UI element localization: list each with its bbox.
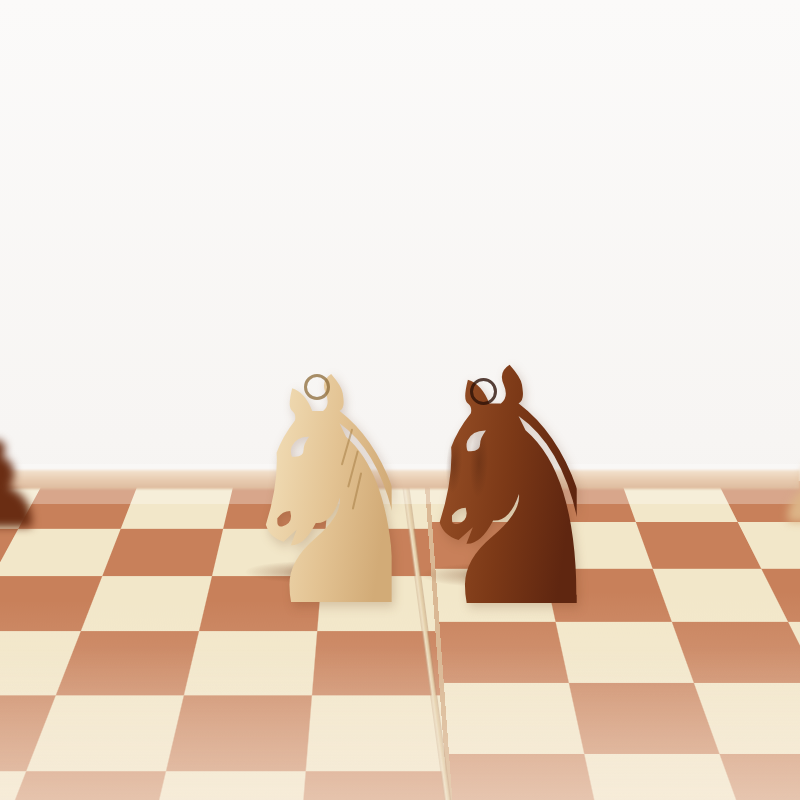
- blurred-light-piece-right-edge: ♟: [773, 438, 800, 538]
- board-square[interactable]: [102, 529, 223, 577]
- chessboard-photo-scene: ♞ ♞ ♟ ♟: [0, 0, 800, 800]
- dark-knight-eye-carving: [470, 378, 497, 405]
- dark-knight-piece[interactable]: ♞: [395, 327, 576, 653]
- blurred-dark-piece-left-edge: ♟: [0, 426, 50, 546]
- white-knight-eye-carving: [304, 374, 330, 400]
- board-square[interactable]: [81, 576, 212, 631]
